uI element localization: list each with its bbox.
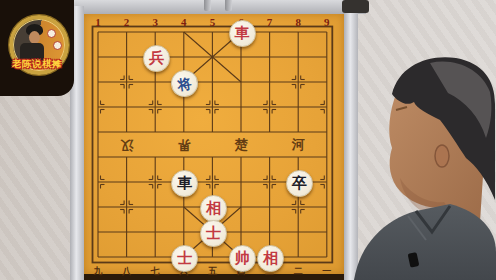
bottom-file-label: 七 [148, 265, 162, 278]
xiangqi-piece-red-士: 士 [171, 245, 198, 272]
xiangqi-piece-red-兵: 兵 [143, 45, 170, 72]
xiangqi-board: 1 2 3 4 5 6 7 8 9 九 八 七 六 五 四 三 二 一 汉 界 … [84, 14, 344, 274]
board-hanger-clip [204, 0, 211, 11]
xiangqi-piece-red-相: 相 [200, 195, 227, 222]
mini-board-piece [47, 29, 56, 38]
top-file-label: 8 [291, 16, 305, 28]
top-file-label: 4 [177, 16, 191, 28]
river-label: 河 [289, 136, 307, 154]
whiteboard-frame-top [64, 0, 366, 14]
top-file-label: 5 [205, 16, 219, 28]
shirt [354, 204, 496, 280]
top-file-label: 1 [91, 16, 105, 28]
river-label: 楚 [232, 136, 250, 154]
xiangqi-piece-red-車: 車 [229, 20, 256, 47]
xiangqi-piece-red-士: 士 [200, 220, 227, 247]
bottom-file-label: 五 [205, 265, 219, 278]
board-hanger-clip [225, 0, 232, 11]
mini-board-piece [53, 41, 62, 50]
streamer [330, 50, 496, 280]
video-frame: 1 2 3 4 5 6 7 8 9 九 八 七 六 五 四 三 二 一 汉 界 … [0, 0, 496, 280]
xiangqi-piece-red-相: 相 [257, 245, 284, 272]
channel-title: 老陈说棋摊 [0, 58, 74, 71]
bottom-file-label: 九 [91, 265, 105, 278]
xiangqi-piece-black-車: 車 [171, 170, 198, 197]
river-label: 汉 [118, 136, 136, 154]
whiteboard-corner-cap [342, 0, 369, 13]
bottom-file-label: 八 [120, 265, 134, 278]
river-label: 界 [175, 136, 193, 154]
ear [435, 145, 449, 167]
top-file-label: 2 [120, 16, 134, 28]
bottom-file-label: 二 [291, 265, 305, 278]
top-file-label: 9 [320, 16, 334, 28]
channel-badge: 老陈说棋摊 [0, 0, 74, 96]
top-file-label: 7 [263, 16, 277, 28]
top-file-label: 3 [148, 16, 162, 28]
xiangqi-piece-black-卒: 卒 [286, 170, 313, 197]
xiangqi-piece-red-帅: 帅 [229, 245, 256, 272]
